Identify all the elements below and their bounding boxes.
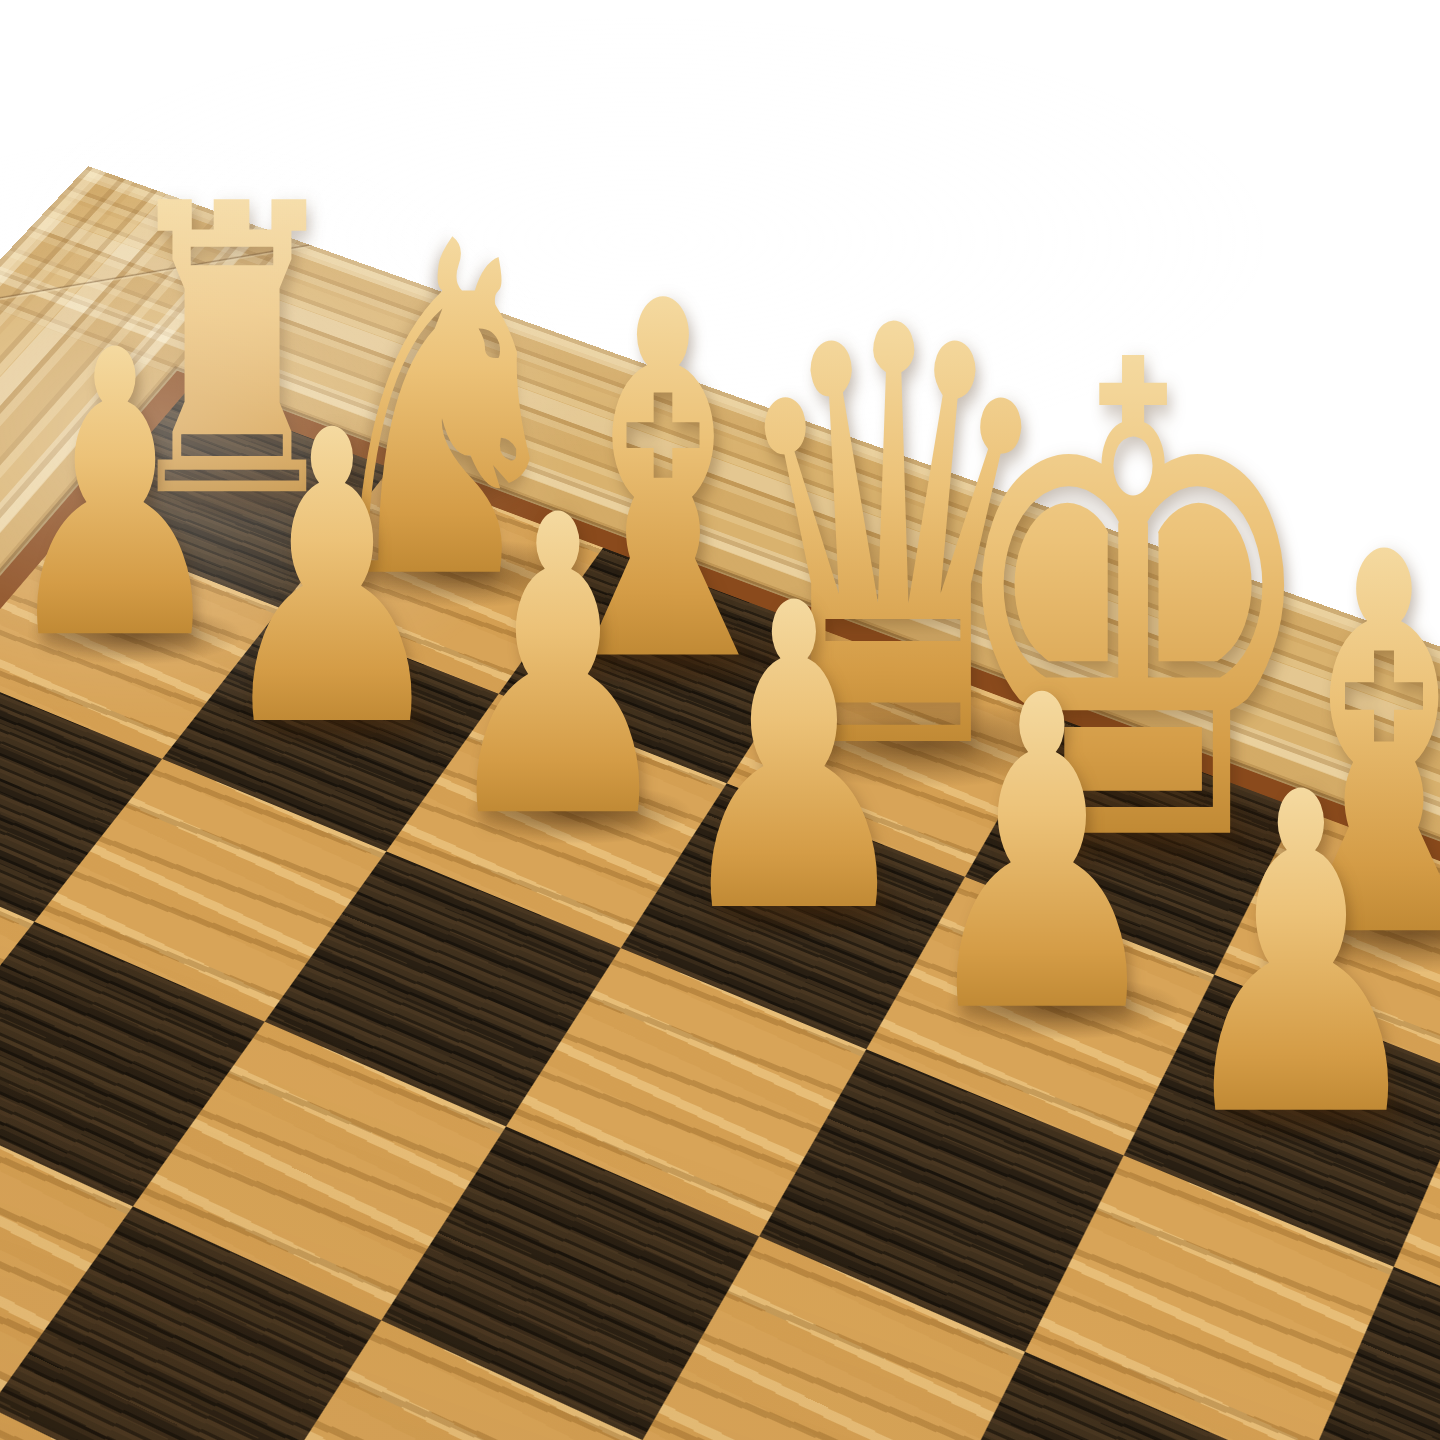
chessboard-photo-scene: ♜♞♟♝♟♛♟♚♟♝♟♞♟♜♟♟♟♟♜♟♞♟♝♟♛♟♚♟♝♟♞♜: [0, 0, 1440, 1440]
piece-white-pawn-b2[interactable]: ♟: [213, 380, 451, 783]
piece-white-pawn-e2[interactable]: ♟: [914, 641, 1169, 1072]
piece-black-pawn-c7[interactable]: ♟: [0, 1376, 32, 1440]
piece-white-pawn-c2[interactable]: ♟: [436, 463, 680, 875]
piece-white-pawn-f2[interactable]: ♟: [1171, 737, 1432, 1178]
piece-white-pawn-a2[interactable]: ♟: [0, 300, 232, 694]
piece-white-pawn-d2[interactable]: ♟: [670, 550, 919, 971]
